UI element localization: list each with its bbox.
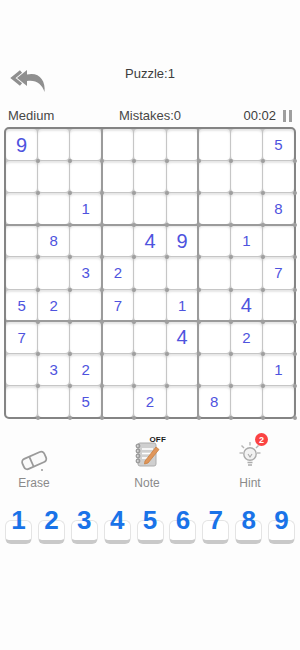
numpad-1[interactable]: 1 <box>5 506 32 544</box>
sudoku-cell-r3c3[interactable]: 1 <box>70 193 101 224</box>
sudoku-cell-r7c8[interactable]: 2 <box>231 322 262 353</box>
sudoku-cell-r1c2[interactable] <box>38 129 69 160</box>
sudoku-cell-r3c9[interactable]: 8 <box>263 193 294 224</box>
cell-value: 1 <box>82 201 90 216</box>
cell-value: 2 <box>114 265 122 280</box>
sudoku-cell-r8c2[interactable]: 3 <box>38 354 69 385</box>
numpad-2[interactable]: 2 <box>38 506 65 544</box>
sudoku-cell-r7c3[interactable] <box>70 322 101 353</box>
cell-value: 5 <box>82 394 90 409</box>
box-divider-vertical-2 <box>197 129 199 417</box>
lightbulb-icon: 2 <box>222 443 278 473</box>
sudoku-cell-r6c6[interactable]: 1 <box>167 290 198 321</box>
sudoku-cell-r2c9[interactable] <box>263 161 294 192</box>
sudoku-cell-r5c4[interactable]: 2 <box>102 257 133 288</box>
sudoku-cell-r1c5[interactable] <box>134 129 165 160</box>
numpad-digit: 4 <box>104 505 131 535</box>
sudoku-cell-r7c5[interactable] <box>134 322 165 353</box>
numpad-digit: 2 <box>38 505 65 535</box>
sudoku-cell-r5c5[interactable] <box>134 257 165 288</box>
sudoku-cell-r4c5[interactable]: 4 <box>134 225 165 256</box>
cell-value: 4 <box>177 327 188 347</box>
sudoku-board[interactable]: 9518849132752714742321528 <box>6 129 294 417</box>
numpad-6[interactable]: 6 <box>169 506 196 544</box>
hint-label: Hint <box>222 476 278 490</box>
sudoku-cell-r8c5[interactable] <box>134 354 165 385</box>
numpad-digit: 6 <box>169 505 196 535</box>
cell-value: 7 <box>114 298 122 313</box>
pause-icon <box>283 110 286 122</box>
cell-value: 1 <box>274 362 282 377</box>
sudoku-cell-r5c9[interactable]: 7 <box>263 257 294 288</box>
cell-value: 2 <box>49 298 57 313</box>
cell-value: 8 <box>274 201 282 216</box>
cell-value: 2 <box>82 362 90 377</box>
sudoku-cell-r5c6[interactable] <box>167 257 198 288</box>
note-button[interactable]: OFF Note <box>119 443 175 490</box>
sudoku-cell-r9c6[interactable] <box>167 386 198 417</box>
cell-value: 5 <box>17 298 25 313</box>
erase-label: Erase <box>6 476 62 490</box>
sudoku-cell-r4c7[interactable] <box>199 225 230 256</box>
numpad-digit: 1 <box>5 505 32 535</box>
cell-value: 8 <box>49 233 57 248</box>
sudoku-cell-r2c7[interactable] <box>199 161 230 192</box>
sudoku-cell-r8c4[interactable] <box>102 354 133 385</box>
sudoku-cell-r1c7[interactable] <box>199 129 230 160</box>
sudoku-cell-r2c8[interactable] <box>231 161 262 192</box>
sudoku-cell-r1c9[interactable]: 5 <box>263 129 294 160</box>
hint-button[interactable]: 2 Hint <box>222 443 278 490</box>
sudoku-cell-r7c9[interactable] <box>263 322 294 353</box>
cell-value: 5 <box>274 137 282 152</box>
cell-value: 4 <box>144 231 155 251</box>
pause-button[interactable] <box>281 109 294 123</box>
box-divider-horizontal-1 <box>6 224 294 226</box>
sudoku-cell-r6c1[interactable]: 5 <box>6 290 37 321</box>
sudoku-cell-r3c1[interactable] <box>6 193 37 224</box>
cell-value: 2 <box>242 330 250 345</box>
sudoku-cell-r2c2[interactable] <box>38 161 69 192</box>
page-title: Puzzle:1 <box>0 66 300 81</box>
sudoku-cell-r8c1[interactable] <box>6 354 37 385</box>
sudoku-cell-r9c4[interactable] <box>102 386 133 417</box>
sudoku-cell-r5c1[interactable] <box>6 257 37 288</box>
timer-label: 00:02 <box>243 108 276 123</box>
cell-value: 3 <box>82 265 90 280</box>
sudoku-cell-r6c7[interactable] <box>199 290 230 321</box>
sudoku-cell-r8c9[interactable]: 1 <box>263 354 294 385</box>
note-off-badge: OFF <box>149 435 166 444</box>
numpad-digit: 3 <box>71 505 98 535</box>
cell-value: 1 <box>178 298 186 313</box>
sudoku-cell-r3c5[interactable] <box>134 193 165 224</box>
sudoku-cell-r5c3[interactable]: 3 <box>70 257 101 288</box>
sudoku-cell-r1c1[interactable]: 9 <box>6 129 37 160</box>
sudoku-cell-r9c2[interactable] <box>38 386 69 417</box>
cell-value: 7 <box>17 330 25 345</box>
sudoku-cell-r9c9[interactable] <box>263 386 294 417</box>
sudoku-cell-r7c4[interactable] <box>102 322 133 353</box>
note-label: Note <box>119 476 175 490</box>
numpad-5[interactable]: 5 <box>137 506 164 544</box>
numpad-8[interactable]: 8 <box>235 506 262 544</box>
sudoku-cell-r7c2[interactable] <box>38 322 69 353</box>
box-divider-horizontal-2 <box>6 320 294 322</box>
cell-value: 9 <box>16 135 27 155</box>
erase-button[interactable]: Erase <box>6 443 62 490</box>
sudoku-cell-r6c8[interactable]: 4 <box>231 290 262 321</box>
numpad-7[interactable]: 7 <box>202 506 229 544</box>
cell-value: 3 <box>49 362 57 377</box>
sudoku-cell-r9c3[interactable]: 5 <box>70 386 101 417</box>
sudoku-cell-r3c4[interactable] <box>102 193 133 224</box>
sudoku-board-frame: 9518849132752714742321528 <box>4 127 296 419</box>
sudoku-cell-r3c6[interactable] <box>167 193 198 224</box>
sudoku-cell-r4c9[interactable] <box>263 225 294 256</box>
sudoku-cell-r7c7[interactable] <box>199 322 230 353</box>
sudoku-cell-r2c4[interactable] <box>102 161 133 192</box>
sudoku-cell-r8c8[interactable] <box>231 354 262 385</box>
sudoku-cell-r6c5[interactable] <box>134 290 165 321</box>
sudoku-cell-r8c7[interactable] <box>199 354 230 385</box>
sudoku-cell-r2c3[interactable] <box>70 161 101 192</box>
numpad-digit: 7 <box>202 505 229 535</box>
info-row: Medium Mistakes:0 00:02 <box>0 108 300 125</box>
numpad: 123456789 <box>0 506 300 544</box>
sudoku-cell-r6c9[interactable] <box>263 290 294 321</box>
note-icon: OFF <box>119 443 175 473</box>
sudoku-cell-r4c2[interactable]: 8 <box>38 225 69 256</box>
sudoku-cell-r5c2[interactable] <box>38 257 69 288</box>
sudoku-cell-r6c4[interactable]: 7 <box>102 290 133 321</box>
sudoku-cell-r7c1[interactable]: 7 <box>6 322 37 353</box>
sudoku-cell-r9c8[interactable] <box>231 386 262 417</box>
sudoku-cell-r2c5[interactable] <box>134 161 165 192</box>
numpad-digit: 5 <box>137 505 164 535</box>
hint-count-badge: 2 <box>255 433 268 446</box>
cell-value: 8 <box>210 394 218 409</box>
sudoku-cell-r4c4[interactable] <box>102 225 133 256</box>
box-divider-vertical-1 <box>101 129 103 417</box>
sudoku-cell-r1c6[interactable] <box>167 129 198 160</box>
sudoku-cell-r9c5[interactable]: 2 <box>134 386 165 417</box>
numpad-3[interactable]: 3 <box>71 506 98 544</box>
sudoku-cell-r8c6[interactable] <box>167 354 198 385</box>
sudoku-cell-r4c8[interactable]: 1 <box>231 225 262 256</box>
sudoku-cell-r4c1[interactable] <box>6 225 37 256</box>
sudoku-cell-r3c2[interactable] <box>38 193 69 224</box>
sudoku-cell-r2c1[interactable] <box>6 161 37 192</box>
cell-value: 4 <box>241 295 252 315</box>
sudoku-cell-r7c6[interactable]: 4 <box>167 322 198 353</box>
sudoku-cell-r4c6[interactable]: 9 <box>167 225 198 256</box>
back-arrow-icon <box>10 84 50 101</box>
sudoku-cell-r1c4[interactable] <box>102 129 133 160</box>
cell-value: 2 <box>146 394 154 409</box>
sudoku-cell-r3c8[interactable] <box>231 193 262 224</box>
cell-value: 9 <box>177 231 188 251</box>
sudoku-cell-r9c7[interactable]: 8 <box>199 386 230 417</box>
sudoku-cell-r4c3[interactable] <box>70 225 101 256</box>
sudoku-cell-r6c2[interactable]: 2 <box>38 290 69 321</box>
eraser-icon <box>6 443 62 473</box>
sudoku-cell-r2c6[interactable] <box>167 161 198 192</box>
sudoku-cell-r6c3[interactable] <box>70 290 101 321</box>
sudoku-cell-r9c1[interactable] <box>6 386 37 417</box>
sudoku-cell-r1c8[interactable] <box>231 129 262 160</box>
sudoku-cell-r1c3[interactable] <box>70 129 101 160</box>
sudoku-cell-r5c8[interactable] <box>231 257 262 288</box>
sudoku-cell-r8c3[interactable]: 2 <box>70 354 101 385</box>
numpad-digit: 9 <box>268 505 295 535</box>
sudoku-cell-r5c7[interactable] <box>199 257 230 288</box>
sudoku-cell-r3c7[interactable] <box>199 193 230 224</box>
numpad-9[interactable]: 9 <box>268 506 295 544</box>
cell-value: 1 <box>242 233 250 248</box>
cell-value: 7 <box>274 265 282 280</box>
numpad-4[interactable]: 4 <box>104 506 131 544</box>
numpad-digit: 8 <box>235 505 262 535</box>
